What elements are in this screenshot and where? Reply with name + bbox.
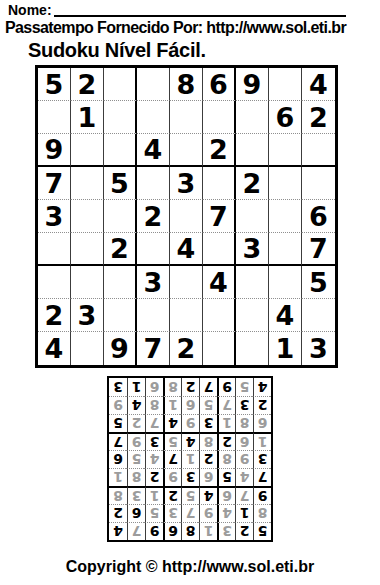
puzzle-cell-r8c8[interactable]: 4: [269, 299, 302, 332]
puzzle-cell-r7c5[interactable]: [170, 266, 203, 299]
solution-cell-r5c1: 3: [253, 450, 271, 468]
solution-cell-r5c7: 4: [145, 450, 163, 468]
solution-cell-r6c5: 4: [181, 432, 199, 450]
puzzle-cell-r2c7[interactable]: [236, 101, 269, 134]
solution-cell-r3c1: 9: [253, 486, 271, 504]
solution-cell-r1c9: 4: [109, 522, 127, 540]
puzzle-cell-r5c3[interactable]: [104, 200, 137, 233]
solution-cell-r7c4: 3: [199, 414, 217, 432]
solution-cell-r5c8: 5: [127, 450, 145, 468]
puzzle-cell-r7c4[interactable]: 3: [137, 266, 170, 299]
puzzle-cell-r3c5[interactable]: [170, 134, 203, 167]
puzzle-cell-r3c8[interactable]: [269, 134, 302, 167]
puzzle-cell-r6c6[interactable]: [203, 233, 236, 266]
solution-cell-r4c2: 4: [235, 468, 253, 486]
solution-cell-r1c7: 9: [145, 522, 163, 540]
solution-cell-r1c1: 5: [253, 522, 271, 540]
puzzle-cell-r6c2[interactable]: [71, 233, 104, 266]
puzzle-cell-r7c3[interactable]: [104, 266, 137, 299]
solution-cell-r9c6: 8: [163, 378, 181, 396]
puzzle-cell-r3c6[interactable]: 2: [203, 134, 236, 167]
puzzle-cell-r5c4[interactable]: 2: [137, 200, 170, 233]
solution-cell-r7c2: 8: [235, 414, 253, 432]
puzzle-cell-r4c3[interactable]: 5: [104, 167, 137, 200]
puzzle-cell-r4c5[interactable]: 3: [170, 167, 203, 200]
puzzle-cell-r2c6[interactable]: [203, 101, 236, 134]
solution-cell-r8c4: 5: [199, 396, 217, 414]
solution-cell-r3c8: 3: [127, 486, 145, 504]
solution-cell-r2c2: 1: [235, 504, 253, 522]
puzzle-cell-r1c1[interactable]: 5: [38, 68, 71, 101]
solution-cell-r4c7: 2: [145, 468, 163, 486]
puzzle-cell-r1c7[interactable]: 9: [236, 68, 269, 101]
solution-cell-r2c6: 3: [163, 504, 181, 522]
solution-cell-r4c1: 7: [253, 468, 271, 486]
puzzle-cell-r5c1[interactable]: 3: [38, 200, 71, 233]
solution-cell-r6c9: 7: [109, 432, 127, 450]
puzzle-cell-r5c6[interactable]: 7: [203, 200, 236, 233]
solution-cell-r9c1: 4: [253, 378, 271, 396]
puzzle-cell-r8c9[interactable]: [302, 299, 335, 332]
name-label: Nome:: [8, 3, 52, 17]
puzzle-cell-r4c8[interactable]: [269, 167, 302, 200]
puzzle-cell-r6c9[interactable]: 7: [302, 233, 335, 266]
puzzle-cell-r9c9[interactable]: 3: [302, 332, 335, 365]
solution-cell-r2c9: 2: [109, 504, 127, 522]
solution-cell-r4c8: 8: [127, 468, 145, 486]
solution-cell-r5c6: 7: [163, 450, 181, 468]
puzzle-cell-r8c4[interactable]: [137, 299, 170, 332]
solution-cell-r9c8: 1: [127, 378, 145, 396]
puzzle-cell-r9c5[interactable]: 2: [170, 332, 203, 365]
solution-cell-r1c5: 8: [181, 522, 199, 540]
puzzle-cell-r1c3[interactable]: [104, 68, 137, 101]
puzzle-cell-r9c4[interactable]: 7: [137, 332, 170, 365]
solution-cell-r9c9: 3: [109, 378, 127, 396]
puzzle-cell-r9c2[interactable]: [71, 332, 104, 365]
solution-cell-r2c8: 6: [127, 504, 145, 522]
solution-cell-r1c4: 1: [199, 522, 217, 540]
puzzle-cell-r5c5[interactable]: [170, 200, 203, 233]
solution-cell-r8c3: 7: [217, 396, 235, 414]
puzzle-cell-r2c8[interactable]: 6: [269, 101, 302, 134]
puzzle-cell-r5c7[interactable]: [236, 200, 269, 233]
puzzle-cell-r3c4[interactable]: 4: [137, 134, 170, 167]
solution-cell-r4c4: 6: [199, 468, 217, 486]
copyright-line: Copyright © http://www.sol.eti.br: [0, 558, 380, 576]
puzzle-cell-r1c2[interactable]: 2: [71, 68, 104, 101]
solution-cell-r8c5: 6: [181, 396, 199, 414]
solution-cell-r6c7: 3: [145, 432, 163, 450]
solution-cell-r6c8: 9: [127, 432, 145, 450]
puzzle-cell-r8c7[interactable]: [236, 299, 269, 332]
solution-cell-r7c5: 9: [181, 414, 199, 432]
solution-cell-r1c8: 7: [127, 522, 145, 540]
puzzle-cell-r9c8[interactable]: 1: [269, 332, 302, 365]
solution-cell-r3c4: 4: [199, 486, 217, 504]
solution-cell-r4c6: 9: [163, 468, 181, 486]
name-fill-line[interactable]: [54, 3, 346, 17]
puzzle-cell-r2c3[interactable]: [104, 101, 137, 134]
puzzle-cell-r4c4[interactable]: [137, 167, 170, 200]
solution-cell-r2c3: 4: [217, 504, 235, 522]
solution-cell-r6c1: 1: [253, 432, 271, 450]
puzzle-cell-r4c6[interactable]: [203, 167, 236, 200]
puzzle-cell-r2c2[interactable]: 1: [71, 101, 104, 134]
puzzle-cell-r1c8[interactable]: [269, 68, 302, 101]
puzzle-cell-r5c2[interactable]: [71, 200, 104, 233]
puzzle-cell-r6c7[interactable]: 3: [236, 233, 269, 266]
solution-cell-r6c2: 6: [235, 432, 253, 450]
solution-cell-r6c3: 2: [217, 432, 235, 450]
puzzle-cell-r6c5[interactable]: 4: [170, 233, 203, 266]
solution-cell-r5c3: 8: [217, 450, 235, 468]
puzzle-cell-r3c3[interactable]: [104, 134, 137, 167]
solution-cell-r2c1: 8: [253, 504, 271, 522]
solution-cell-r5c9: 6: [109, 450, 127, 468]
puzzle-cell-r5c9[interactable]: 6: [302, 200, 335, 233]
solution-cell-r6c6: 5: [163, 432, 181, 450]
puzzle-cell-r8c3[interactable]: [104, 299, 137, 332]
solution-cell-r5c4: 2: [199, 450, 217, 468]
puzzle-cell-r7c9[interactable]: 5: [302, 266, 335, 299]
puzzle-cell-r1c6[interactable]: 6: [203, 68, 236, 101]
puzzle-cell-r7c7[interactable]: [236, 266, 269, 299]
solution-cell-r7c1: 6: [253, 414, 271, 432]
solution-cell-r1c6: 6: [163, 522, 181, 540]
puzzle-cell-r6c8[interactable]: [269, 233, 302, 266]
puzzle-cell-r1c4[interactable]: [137, 68, 170, 101]
solution-cell-r1c3: 3: [217, 522, 235, 540]
puzzle-cell-r6c1[interactable]: [38, 233, 71, 266]
puzzle-cell-r9c3[interactable]: 9: [104, 332, 137, 365]
puzzle-cell-r4c7[interactable]: 2: [236, 167, 269, 200]
solution-cell-r3c7: 1: [145, 486, 163, 504]
puzzle-cell-r3c1[interactable]: 9: [38, 134, 71, 167]
solution-cell-r8c1: 2: [253, 396, 271, 414]
solution-cell-r4c9: 1: [109, 468, 127, 486]
solution-cell-r8c9: 9: [109, 396, 127, 414]
puzzle-cell-r7c2[interactable]: [71, 266, 104, 299]
solution-cell-r8c7: 8: [145, 396, 163, 414]
puzzle-cell-r1c9[interactable]: 4: [302, 68, 335, 101]
puzzle-cell-r8c1[interactable]: 2: [38, 299, 71, 332]
puzzle-cell-r9c7[interactable]: [236, 332, 269, 365]
solution-cell-r1c2: 2: [235, 522, 253, 540]
sudoku-worksheet-page: Nome: Passatempo Fornecido Por: http://w…: [0, 3, 380, 585]
puzzle-cell-r8c6[interactable]: [203, 299, 236, 332]
solution-cell-r8c2: 3: [235, 396, 253, 414]
puzzle-cell-r4c9[interactable]: [302, 167, 335, 200]
sudoku-board: 528694162942753232762437345234497213: [35, 65, 338, 368]
solution-cell-r2c4: 9: [199, 504, 217, 522]
puzzle-cell-r5c8[interactable]: [269, 200, 302, 233]
puzzle-cell-r8c5[interactable]: [170, 299, 203, 332]
puzzle-cell-r3c7[interactable]: [236, 134, 269, 167]
puzzle-cell-r8c2[interactable]: 3: [71, 299, 104, 332]
solution-cell-r3c3: 6: [217, 486, 235, 504]
name-row: Nome:: [8, 3, 346, 17]
solution-cell-r8c8: 4: [127, 396, 145, 414]
solution-cell-r9c5: 2: [181, 378, 199, 396]
puzzle-cell-r7c6[interactable]: 4: [203, 266, 236, 299]
solution-cell-r9c7: 6: [145, 378, 163, 396]
puzzle-cell-r2c9[interactable]: 2: [302, 101, 335, 134]
solution-cell-r3c9: 8: [109, 486, 127, 504]
puzzle-cell-r2c5[interactable]: [170, 101, 203, 134]
solution-cell-r7c3: 1: [217, 414, 235, 432]
puzzle-cell-r3c9[interactable]: [302, 134, 335, 167]
puzzle-cell-r3c2[interactable]: [71, 134, 104, 167]
solution-cell-r7c9: 5: [109, 414, 127, 432]
puzzle-cell-r2c4[interactable]: [137, 101, 170, 134]
puzzle-cell-r9c6[interactable]: [203, 332, 236, 365]
solution-cell-r9c2: 5: [235, 378, 253, 396]
solution-cell-r9c3: 9: [217, 378, 235, 396]
solution-cell-r7c7: 7: [145, 414, 163, 432]
puzzle-cell-r2c1[interactable]: [38, 101, 71, 134]
solution-cell-r7c6: 4: [163, 414, 181, 432]
solution-cell-r4c5: 3: [181, 468, 199, 486]
solution-board-rotated: 5231869748149735629764521387456392813982…: [107, 376, 273, 542]
puzzle-cell-r7c1[interactable]: [38, 266, 71, 299]
puzzle-cell-r4c2[interactable]: [71, 167, 104, 200]
solution-cell-r4c3: 5: [217, 468, 235, 486]
solution-cell-r3c6: 2: [163, 486, 181, 504]
solution-cell-r9c4: 7: [199, 378, 217, 396]
puzzle-cell-r9c1[interactable]: 4: [38, 332, 71, 365]
solution-cell-r5c2: 9: [235, 450, 253, 468]
solution-cell-r2c7: 5: [145, 504, 163, 522]
solution-panel: 5231869748149735629764521387456392813982…: [0, 376, 380, 542]
solution-cell-r5c5: 1: [181, 450, 199, 468]
puzzle-cell-r7c8[interactable]: [269, 266, 302, 299]
puzzle-cell-r6c3[interactable]: 2: [104, 233, 137, 266]
provider-line: Passatempo Fornecido Por: http://www.sol…: [5, 19, 380, 37]
solution-cell-r3c5: 5: [181, 486, 199, 504]
puzzle-cell-r1c5[interactable]: 8: [170, 68, 203, 101]
puzzle-cell-r6c4[interactable]: [137, 233, 170, 266]
solution-cell-r8c6: 1: [163, 396, 181, 414]
solution-cell-r3c2: 7: [235, 486, 253, 504]
solution-cell-r7c8: 2: [127, 414, 145, 432]
page-title: Sudoku Nível Fácil.: [28, 40, 380, 61]
solution-cell-r2c5: 7: [181, 504, 199, 522]
solution-cell-r6c4: 8: [199, 432, 217, 450]
puzzle-cell-r4c1[interactable]: 7: [38, 167, 71, 200]
